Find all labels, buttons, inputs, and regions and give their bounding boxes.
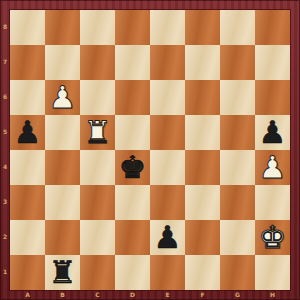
square-a8[interactable]	[10, 10, 45, 45]
square-a5[interactable]: ♟	[10, 115, 45, 150]
square-g6[interactable]	[220, 80, 255, 115]
piece-black-pawn-h5[interactable]: ♟	[259, 115, 287, 150]
square-h1[interactable]	[255, 255, 290, 290]
square-d3[interactable]	[115, 185, 150, 220]
square-h6[interactable]	[255, 80, 290, 115]
square-b3[interactable]	[45, 185, 80, 220]
piece-black-pawn-a5[interactable]: ♟	[14, 115, 42, 150]
file-label-f: F	[185, 291, 220, 299]
square-g1[interactable]	[220, 255, 255, 290]
square-f4[interactable]	[185, 150, 220, 185]
square-d5[interactable]	[115, 115, 150, 150]
square-a1[interactable]	[10, 255, 45, 290]
file-label-e: E	[150, 291, 185, 299]
file-label-a: A	[10, 291, 45, 299]
square-d6[interactable]	[115, 80, 150, 115]
square-d4[interactable]: ♚	[115, 150, 150, 185]
square-c2[interactable]	[80, 220, 115, 255]
square-b4[interactable]	[45, 150, 80, 185]
square-b5[interactable]	[45, 115, 80, 150]
file-label-g: G	[220, 291, 255, 299]
piece-black-pawn-e2[interactable]: ♟	[154, 220, 182, 255]
piece-white-rook-c5[interactable]: ♜	[84, 115, 112, 150]
square-a4[interactable]	[10, 150, 45, 185]
square-e2[interactable]: ♟	[150, 220, 185, 255]
square-f2[interactable]	[185, 220, 220, 255]
square-g7[interactable]	[220, 45, 255, 80]
square-e3[interactable]	[150, 185, 185, 220]
chess-board: ♟♟♜♟♚♟♟♚♜	[10, 10, 290, 290]
square-c7[interactable]	[80, 45, 115, 80]
piece-black-king-d4[interactable]: ♚	[119, 150, 147, 185]
square-e6[interactable]	[150, 80, 185, 115]
square-c5[interactable]: ♜	[80, 115, 115, 150]
square-h8[interactable]	[255, 10, 290, 45]
square-d2[interactable]	[115, 220, 150, 255]
file-label-c: C	[80, 291, 115, 299]
square-e7[interactable]	[150, 45, 185, 80]
square-e4[interactable]	[150, 150, 185, 185]
square-c8[interactable]	[80, 10, 115, 45]
file-label-d: D	[115, 291, 150, 299]
piece-white-king-h2[interactable]: ♚	[259, 220, 287, 255]
square-a7[interactable]	[10, 45, 45, 80]
rank-label-3: 3	[0, 198, 10, 206]
square-f7[interactable]	[185, 45, 220, 80]
rank-label-6: 6	[0, 93, 10, 101]
rank-label-5: 5	[0, 128, 10, 136]
square-h7[interactable]	[255, 45, 290, 80]
piece-white-pawn-b6[interactable]: ♟	[49, 80, 77, 115]
square-f5[interactable]	[185, 115, 220, 150]
piece-black-rook-b1[interactable]: ♜	[49, 255, 77, 290]
file-label-b: B	[45, 291, 80, 299]
square-c6[interactable]	[80, 80, 115, 115]
file-label-h: H	[255, 291, 290, 299]
square-a2[interactable]	[10, 220, 45, 255]
chess-board-frame: ♟♟♜♟♚♟♟♚♜ 87654321ABCDEFGH	[0, 0, 300, 300]
square-b2[interactable]	[45, 220, 80, 255]
square-c1[interactable]	[80, 255, 115, 290]
square-b8[interactable]	[45, 10, 80, 45]
square-h4[interactable]: ♟	[255, 150, 290, 185]
square-c3[interactable]	[80, 185, 115, 220]
square-g8[interactable]	[220, 10, 255, 45]
rank-label-2: 2	[0, 233, 10, 241]
square-f8[interactable]	[185, 10, 220, 45]
square-b1[interactable]: ♜	[45, 255, 80, 290]
square-e1[interactable]	[150, 255, 185, 290]
square-h5[interactable]: ♟	[255, 115, 290, 150]
square-h3[interactable]	[255, 185, 290, 220]
square-g5[interactable]	[220, 115, 255, 150]
square-g4[interactable]	[220, 150, 255, 185]
square-f3[interactable]	[185, 185, 220, 220]
square-d1[interactable]	[115, 255, 150, 290]
square-a6[interactable]	[10, 80, 45, 115]
piece-white-pawn-h4[interactable]: ♟	[259, 150, 287, 185]
square-f6[interactable]	[185, 80, 220, 115]
rank-label-4: 4	[0, 163, 10, 171]
square-e5[interactable]	[150, 115, 185, 150]
rank-label-1: 1	[0, 268, 10, 276]
square-g2[interactable]	[220, 220, 255, 255]
rank-label-8: 8	[0, 23, 10, 31]
square-c4[interactable]	[80, 150, 115, 185]
square-d8[interactable]	[115, 10, 150, 45]
rank-label-7: 7	[0, 58, 10, 66]
square-g3[interactable]	[220, 185, 255, 220]
square-d7[interactable]	[115, 45, 150, 80]
square-b6[interactable]: ♟	[45, 80, 80, 115]
square-a3[interactable]	[10, 185, 45, 220]
square-f1[interactable]	[185, 255, 220, 290]
square-b7[interactable]	[45, 45, 80, 80]
square-e8[interactable]	[150, 10, 185, 45]
square-h2[interactable]: ♚	[255, 220, 290, 255]
